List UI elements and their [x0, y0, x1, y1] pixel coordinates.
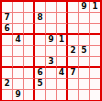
- cell-r8c1[interactable]: 2: [2, 79, 13, 90]
- cell-r6c4[interactable]: [35, 57, 46, 68]
- cell-r4c2[interactable]: 4: [13, 35, 24, 46]
- cell-r2c9[interactable]: [90, 13, 100, 24]
- cell-r8c4[interactable]: 5: [35, 79, 46, 90]
- cell-r6c3[interactable]: [24, 57, 35, 68]
- cell-r2c6[interactable]: [57, 13, 68, 24]
- cell-r8c9[interactable]: [90, 79, 100, 90]
- cell-r9c2[interactable]: 9: [13, 90, 24, 100]
- sudoku-page: 91786491253647259: [0, 0, 101, 101]
- cell-r2c4[interactable]: 8: [35, 13, 46, 24]
- cell-r2c2[interactable]: [13, 13, 24, 24]
- cell-r3c4[interactable]: [35, 24, 46, 35]
- cell-r8c6[interactable]: [57, 79, 68, 90]
- cell-r7c1[interactable]: [2, 68, 13, 79]
- cell-r8c5[interactable]: [46, 79, 57, 90]
- cell-r1c3[interactable]: [24, 2, 35, 13]
- cell-r3c7[interactable]: [68, 24, 79, 35]
- cell-r6c5[interactable]: 3: [46, 57, 57, 68]
- cell-r7c8[interactable]: [79, 68, 90, 79]
- cell-r6c1[interactable]: [2, 57, 13, 68]
- cell-r3c5[interactable]: [46, 24, 57, 35]
- cell-r5c3[interactable]: [24, 46, 35, 57]
- cell-r2c3[interactable]: [24, 13, 35, 24]
- cell-r4c1[interactable]: [2, 35, 13, 46]
- cell-r5c4[interactable]: [35, 46, 46, 57]
- cell-r9c3[interactable]: [24, 90, 35, 100]
- cell-r1c7[interactable]: [68, 2, 79, 13]
- cell-r7c2[interactable]: [13, 68, 24, 79]
- cell-r9c7[interactable]: [68, 90, 79, 100]
- cell-r6c7[interactable]: [68, 57, 79, 68]
- cell-r3c8[interactable]: [79, 24, 90, 35]
- cell-r2c1[interactable]: 7: [2, 13, 13, 24]
- cell-r3c3[interactable]: [24, 24, 35, 35]
- cell-r6c8[interactable]: [79, 57, 90, 68]
- cell-r7c4[interactable]: 6: [35, 68, 46, 79]
- cell-r5c8[interactable]: 5: [79, 46, 90, 57]
- cell-r9c4[interactable]: [35, 90, 46, 100]
- cell-r4c3[interactable]: [24, 35, 35, 46]
- cell-r3c9[interactable]: [90, 24, 100, 35]
- cell-r7c5[interactable]: [46, 68, 57, 79]
- cell-r8c3[interactable]: [24, 79, 35, 90]
- cell-r8c7[interactable]: [68, 79, 79, 90]
- cell-r3c2[interactable]: [13, 24, 24, 35]
- cell-r7c9[interactable]: [90, 68, 100, 79]
- cell-r2c7[interactable]: [68, 13, 79, 24]
- cell-r6c2[interactable]: [13, 57, 24, 68]
- cell-r7c3[interactable]: [24, 68, 35, 79]
- cell-r2c8[interactable]: [79, 13, 90, 24]
- cell-r7c7[interactable]: 7: [68, 68, 79, 79]
- cell-r1c5[interactable]: [46, 2, 57, 13]
- sudoku-board: 91786491253647259: [0, 0, 102, 101]
- cell-r1c4[interactable]: [35, 2, 46, 13]
- cell-r8c2[interactable]: [13, 79, 24, 90]
- cell-r4c8[interactable]: [79, 35, 90, 46]
- cell-r9c6[interactable]: [57, 90, 68, 100]
- cell-r6c9[interactable]: [90, 57, 100, 68]
- cell-r9c8[interactable]: [79, 90, 90, 100]
- cell-r5c5[interactable]: [46, 46, 57, 57]
- cell-r1c6[interactable]: [57, 2, 68, 13]
- cell-r3c6[interactable]: [57, 24, 68, 35]
- cell-r9c1[interactable]: [2, 90, 13, 100]
- cell-r9c5[interactable]: [46, 90, 57, 100]
- cell-r1c1[interactable]: [2, 2, 13, 13]
- cell-r5c7[interactable]: 2: [68, 46, 79, 57]
- cell-r8c8[interactable]: [79, 79, 90, 90]
- cell-r2c5[interactable]: [46, 13, 57, 24]
- cell-r1c9[interactable]: 1: [90, 2, 100, 13]
- cell-r4c6[interactable]: 1: [57, 35, 68, 46]
- cell-r9c9[interactable]: [90, 90, 100, 100]
- cell-r5c9[interactable]: [90, 46, 100, 57]
- cell-r1c2[interactable]: [13, 2, 24, 13]
- cell-r6c6[interactable]: [57, 57, 68, 68]
- cell-r4c5[interactable]: 9: [46, 35, 57, 46]
- cell-r4c7[interactable]: [68, 35, 79, 46]
- cell-r5c1[interactable]: [2, 46, 13, 57]
- cell-r5c2[interactable]: [13, 46, 24, 57]
- cell-r5c6[interactable]: [57, 46, 68, 57]
- cell-r3c1[interactable]: 6: [2, 24, 13, 35]
- cell-r4c4[interactable]: [35, 35, 46, 46]
- cell-r7c6[interactable]: 4: [57, 68, 68, 79]
- cell-r4c9[interactable]: [90, 35, 100, 46]
- cell-r1c8[interactable]: 9: [79, 2, 90, 13]
